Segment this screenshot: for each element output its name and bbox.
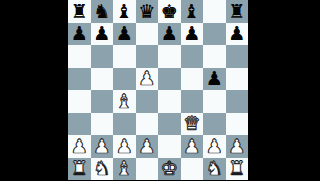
square-f5[interactable] xyxy=(181,68,204,91)
piece-white-king[interactable]: ♚ xyxy=(161,159,178,178)
piece-black-pawn[interactable]: ♟ xyxy=(183,24,200,43)
square-g1[interactable]: ♞ xyxy=(203,158,226,181)
piece-white-knight[interactable]: ♞ xyxy=(93,159,110,178)
square-h2[interactable]: ♟ xyxy=(226,135,249,158)
square-d5[interactable]: ♟ xyxy=(136,68,159,91)
square-f7[interactable]: ♟ xyxy=(181,23,204,46)
square-c3[interactable] xyxy=(113,113,136,136)
square-b3[interactable] xyxy=(91,113,114,136)
square-b1[interactable]: ♞ xyxy=(91,158,114,181)
square-e2[interactable] xyxy=(158,135,181,158)
piece-black-king[interactable]: ♚ xyxy=(161,1,178,20)
piece-black-knight[interactable]: ♞ xyxy=(93,1,110,20)
piece-white-pawn[interactable]: ♟ xyxy=(71,136,88,155)
piece-white-bishop[interactable]: ♝ xyxy=(116,159,133,178)
square-h7[interactable]: ♟ xyxy=(226,23,249,46)
square-b6[interactable] xyxy=(91,45,114,68)
square-h3[interactable] xyxy=(226,113,249,136)
square-d3[interactable] xyxy=(136,113,159,136)
piece-black-pawn[interactable]: ♟ xyxy=(116,24,133,43)
square-a4[interactable] xyxy=(68,90,91,113)
square-h1[interactable]: ♜ xyxy=(226,158,249,181)
square-a1[interactable]: ♜ xyxy=(68,158,91,181)
square-c4[interactable]: ♝ xyxy=(113,90,136,113)
square-g3[interactable] xyxy=(203,113,226,136)
square-c8[interactable]: ♝ xyxy=(113,0,136,23)
square-h5[interactable] xyxy=(226,68,249,91)
square-c5[interactable] xyxy=(113,68,136,91)
square-d4[interactable] xyxy=(136,90,159,113)
square-h6[interactable] xyxy=(226,45,249,68)
square-a6[interactable] xyxy=(68,45,91,68)
letterbox-right xyxy=(248,0,320,180)
piece-white-pawn[interactable]: ♟ xyxy=(183,136,200,155)
piece-white-bishop[interactable]: ♝ xyxy=(116,91,133,110)
square-b8[interactable]: ♞ xyxy=(91,0,114,23)
square-g2[interactable]: ♟ xyxy=(203,135,226,158)
square-b4[interactable] xyxy=(91,90,114,113)
piece-white-queen[interactable]: ♛ xyxy=(183,114,200,133)
square-b5[interactable] xyxy=(91,68,114,91)
chess-board: ♜♞♝♛♚♝♜♟♟♟♟♟♟♟♟♝♛♟♟♟♟♟♟♟♜♞♝♚♞♜ xyxy=(68,0,248,180)
square-e1[interactable]: ♚ xyxy=(158,158,181,181)
piece-white-pawn[interactable]: ♟ xyxy=(93,136,110,155)
square-h8[interactable]: ♜ xyxy=(226,0,249,23)
square-e6[interactable] xyxy=(158,45,181,68)
square-g8[interactable] xyxy=(203,0,226,23)
piece-white-rook[interactable]: ♜ xyxy=(228,159,245,178)
square-e4[interactable] xyxy=(158,90,181,113)
square-c7[interactable]: ♟ xyxy=(113,23,136,46)
square-h4[interactable] xyxy=(226,90,249,113)
piece-black-pawn[interactable]: ♟ xyxy=(71,24,88,43)
square-f1[interactable] xyxy=(181,158,204,181)
piece-white-pawn[interactable]: ♟ xyxy=(228,136,245,155)
square-e5[interactable] xyxy=(158,68,181,91)
piece-white-pawn[interactable]: ♟ xyxy=(116,136,133,155)
letterbox-left xyxy=(0,0,68,180)
piece-black-rook[interactable]: ♜ xyxy=(71,1,88,20)
piece-black-rook[interactable]: ♜ xyxy=(228,1,245,20)
square-f4[interactable] xyxy=(181,90,204,113)
square-d7[interactable] xyxy=(136,23,159,46)
square-a8[interactable]: ♜ xyxy=(68,0,91,23)
piece-black-bishop[interactable]: ♝ xyxy=(183,1,200,20)
square-e3[interactable] xyxy=(158,113,181,136)
piece-black-pawn[interactable]: ♟ xyxy=(161,24,178,43)
square-d1[interactable] xyxy=(136,158,159,181)
piece-black-bishop[interactable]: ♝ xyxy=(116,1,133,20)
piece-white-pawn[interactable]: ♟ xyxy=(138,69,155,88)
square-c6[interactable] xyxy=(113,45,136,68)
piece-white-knight[interactable]: ♞ xyxy=(206,159,223,178)
square-d6[interactable] xyxy=(136,45,159,68)
square-a2[interactable]: ♟ xyxy=(68,135,91,158)
video-frame: ♜♞♝♛♚♝♜♟♟♟♟♟♟♟♟♝♛♟♟♟♟♟♟♟♜♞♝♚♞♜ xyxy=(0,0,320,180)
piece-black-pawn[interactable]: ♟ xyxy=(93,24,110,43)
square-b7[interactable]: ♟ xyxy=(91,23,114,46)
square-d2[interactable]: ♟ xyxy=(136,135,159,158)
square-f8[interactable]: ♝ xyxy=(181,0,204,23)
piece-white-rook[interactable]: ♜ xyxy=(71,159,88,178)
square-c1[interactable]: ♝ xyxy=(113,158,136,181)
square-g4[interactable] xyxy=(203,90,226,113)
square-a7[interactable]: ♟ xyxy=(68,23,91,46)
square-b2[interactable]: ♟ xyxy=(91,135,114,158)
square-a5[interactable] xyxy=(68,68,91,91)
piece-black-pawn[interactable]: ♟ xyxy=(206,69,223,88)
piece-black-pawn[interactable]: ♟ xyxy=(228,24,245,43)
piece-white-pawn[interactable]: ♟ xyxy=(206,136,223,155)
square-g6[interactable] xyxy=(203,45,226,68)
square-e7[interactable]: ♟ xyxy=(158,23,181,46)
square-a3[interactable] xyxy=(68,113,91,136)
square-f2[interactable]: ♟ xyxy=(181,135,204,158)
square-e8[interactable]: ♚ xyxy=(158,0,181,23)
piece-black-queen[interactable]: ♛ xyxy=(138,1,155,20)
square-g7[interactable] xyxy=(203,23,226,46)
square-f6[interactable] xyxy=(181,45,204,68)
square-f3[interactable]: ♛ xyxy=(181,113,204,136)
piece-white-pawn[interactable]: ♟ xyxy=(138,136,155,155)
square-d8[interactable]: ♛ xyxy=(136,0,159,23)
square-c2[interactable]: ♟ xyxy=(113,135,136,158)
square-g5[interactable]: ♟ xyxy=(203,68,226,91)
